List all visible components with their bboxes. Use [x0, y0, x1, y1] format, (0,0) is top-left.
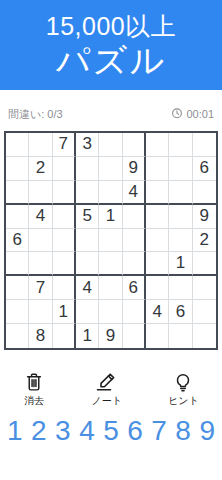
cell-r5c9[interactable]: 2 — [193, 229, 216, 253]
erase-label: 消去 — [24, 395, 44, 407]
cell-r4c4[interactable]: 5 — [76, 205, 99, 229]
cell-r7c7[interactable] — [146, 276, 169, 300]
cell-r2c8[interactable] — [169, 157, 192, 181]
cell-r4c3[interactable] — [53, 205, 76, 229]
cell-r8c5[interactable] — [99, 300, 122, 324]
bulb-icon — [172, 370, 194, 394]
cell-r5c1[interactable]: 6 — [6, 229, 29, 253]
cell-r9c5[interactable]: 9 — [99, 324, 122, 348]
cell-r4c6[interactable] — [123, 205, 146, 229]
cell-r3c7[interactable] — [146, 181, 169, 205]
cell-r3c3[interactable] — [53, 181, 76, 205]
mistakes-counter: 間違い: 0/3 — [8, 107, 63, 122]
cell-r9c4[interactable]: 1 — [76, 324, 99, 348]
cell-r5c5[interactable] — [99, 229, 122, 253]
numpad-digit-1[interactable]: 1 — [7, 416, 23, 446]
cell-r5c2[interactable] — [29, 229, 52, 253]
number-pad: 123456789 — [0, 416, 222, 446]
cell-r8c8[interactable]: 6 — [169, 300, 192, 324]
cell-r3c8[interactable] — [169, 181, 192, 205]
numpad-digit-3[interactable]: 3 — [55, 416, 71, 446]
cell-r4c9[interactable]: 9 — [193, 205, 216, 229]
cell-r7c2[interactable]: 7 — [29, 276, 52, 300]
cell-r8c9[interactable] — [193, 300, 216, 324]
cell-r1c3[interactable]: 7 — [53, 133, 76, 157]
cell-r2c1[interactable] — [6, 157, 29, 181]
numpad-digit-4[interactable]: 4 — [79, 416, 95, 446]
toolbar: 消去 ノート ヒント — [0, 370, 222, 407]
cell-r8c3[interactable]: 1 — [53, 300, 76, 324]
cell-r7c6[interactable]: 6 — [123, 276, 146, 300]
cell-r1c1[interactable] — [6, 133, 29, 157]
cell-r6c9[interactable] — [193, 252, 216, 276]
trash-icon — [23, 370, 45, 394]
hint-label: ヒント — [168, 395, 199, 407]
cell-r2c9[interactable]: 6 — [193, 157, 216, 181]
cell-r9c9[interactable] — [193, 324, 216, 348]
cell-r3c9[interactable] — [193, 181, 216, 205]
cell-r3c2[interactable] — [29, 181, 52, 205]
numpad-digit-8[interactable]: 8 — [175, 416, 191, 446]
cell-r9c2[interactable]: 8 — [29, 324, 52, 348]
cell-r4c8[interactable] — [169, 205, 192, 229]
cell-r7c9[interactable] — [193, 276, 216, 300]
cell-r3c4[interactable] — [76, 181, 99, 205]
pencil-icon — [95, 370, 119, 394]
cell-r6c1[interactable] — [6, 252, 29, 276]
cell-r2c3[interactable] — [53, 157, 76, 181]
cell-r7c4[interactable]: 4 — [76, 276, 99, 300]
cell-r8c6[interactable] — [123, 300, 146, 324]
status-bar: 間違い: 0/3 00:01 — [0, 106, 222, 122]
cell-r2c7[interactable] — [146, 157, 169, 181]
cell-r9c7[interactable] — [146, 324, 169, 348]
cell-r6c8[interactable]: 1 — [169, 252, 192, 276]
cell-r5c8[interactable] — [169, 229, 192, 253]
cell-r7c1[interactable] — [6, 276, 29, 300]
cell-r7c5[interactable] — [99, 276, 122, 300]
cell-r5c3[interactable] — [53, 229, 76, 253]
cell-r4c1[interactable] — [6, 205, 29, 229]
numpad-digit-2[interactable]: 2 — [31, 416, 47, 446]
cell-r9c3[interactable] — [53, 324, 76, 348]
cell-r9c6[interactable] — [123, 324, 146, 348]
cell-r8c4[interactable] — [76, 300, 99, 324]
cell-r8c1[interactable] — [6, 300, 29, 324]
cell-r3c5[interactable] — [99, 181, 122, 205]
note-button[interactable]: ノート — [91, 370, 121, 407]
cell-r5c7[interactable] — [146, 229, 169, 253]
clock-icon — [171, 107, 183, 121]
cell-r1c7[interactable] — [146, 133, 169, 157]
timer-value: 00:01 — [186, 108, 214, 120]
cell-r9c1[interactable] — [6, 324, 29, 348]
cell-r6c4[interactable] — [76, 252, 99, 276]
hint-button[interactable]: ヒント — [168, 370, 199, 407]
cell-r3c1[interactable] — [6, 181, 29, 205]
cell-r1c2[interactable] — [29, 133, 52, 157]
cell-r1c4[interactable]: 3 — [76, 133, 99, 157]
cell-r1c9[interactable] — [193, 133, 216, 157]
cell-r2c4[interactable] — [76, 157, 99, 181]
erase-button[interactable]: 消去 — [23, 370, 45, 407]
cell-r6c2[interactable] — [29, 252, 52, 276]
cell-r1c6[interactable] — [123, 133, 146, 157]
numpad-digit-6[interactable]: 6 — [127, 416, 143, 446]
cell-r7c3[interactable] — [53, 276, 76, 300]
numpad-digit-9[interactable]: 9 — [199, 416, 215, 446]
cell-r5c6[interactable] — [123, 229, 146, 253]
banner-title-line1: 15,000以上 — [46, 11, 176, 41]
cell-r2c5[interactable] — [99, 157, 122, 181]
numpad-digit-5[interactable]: 5 — [103, 416, 119, 446]
cell-r8c7[interactable]: 4 — [146, 300, 169, 324]
cell-r4c2[interactable]: 4 — [29, 205, 52, 229]
note-label: ノート — [91, 395, 121, 407]
cell-r9c8[interactable] — [169, 324, 192, 348]
cell-r6c5[interactable] — [99, 252, 122, 276]
cell-r8c2[interactable] — [29, 300, 52, 324]
cell-r5c4[interactable] — [76, 229, 99, 253]
cell-r4c7[interactable] — [146, 205, 169, 229]
cell-r6c3[interactable] — [53, 252, 76, 276]
cell-r2c6[interactable]: 9 — [123, 157, 146, 181]
sudoku-grid: 7329644519621746146819 — [4, 131, 218, 350]
cell-r4c5[interactable]: 1 — [99, 205, 122, 229]
cell-r6c6[interactable] — [123, 252, 146, 276]
banner-title-line2: パズル — [56, 41, 166, 79]
cell-r6c7[interactable] — [146, 252, 169, 276]
cell-r1c5[interactable] — [99, 133, 122, 157]
promo-banner[interactable]: 15,000以上 パズル — [0, 0, 222, 90]
timer: 00:01 — [171, 107, 214, 121]
numpad-digit-7[interactable]: 7 — [151, 416, 167, 446]
cell-r2c2[interactable]: 2 — [29, 157, 52, 181]
cell-r7c8[interactable] — [169, 276, 192, 300]
cell-r1c8[interactable] — [169, 133, 192, 157]
cell-r3c6[interactable]: 4 — [123, 181, 146, 205]
